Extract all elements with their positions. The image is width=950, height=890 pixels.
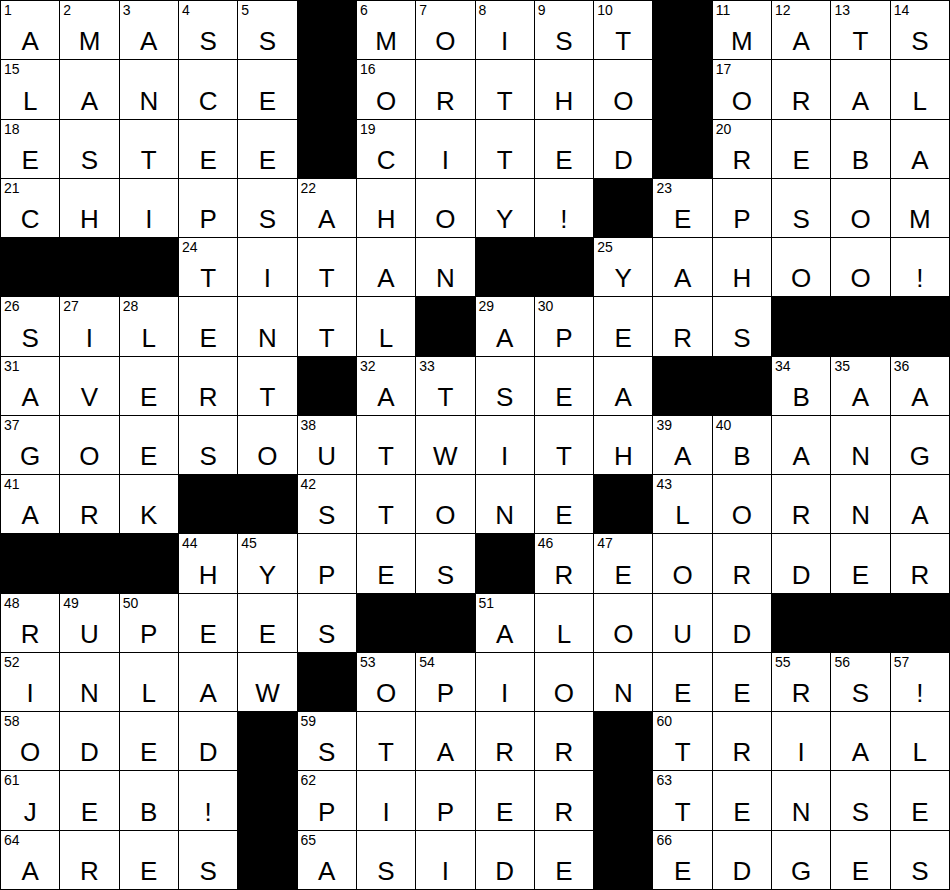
white-cell[interactable]: 66E bbox=[653, 831, 711, 889]
white-cell[interactable]: S bbox=[60, 120, 118, 178]
white-cell[interactable]: K bbox=[120, 475, 178, 533]
white-cell[interactable]: 21C bbox=[1, 179, 59, 237]
white-cell[interactable]: T bbox=[298, 238, 356, 296]
white-cell[interactable]: O bbox=[831, 238, 889, 296]
white-cell[interactable]: C bbox=[179, 60, 237, 118]
clue-number: 66 bbox=[656, 832, 672, 848]
white-cell[interactable]: O bbox=[831, 179, 889, 237]
cell-letter: E bbox=[891, 799, 949, 825]
white-cell[interactable]: N bbox=[60, 653, 118, 711]
white-cell[interactable]: S bbox=[713, 297, 771, 355]
white-cell[interactable]: H bbox=[357, 179, 415, 237]
white-cell[interactable]: I bbox=[772, 712, 830, 770]
white-cell[interactable]: 39A bbox=[653, 416, 711, 474]
cell-letter: S bbox=[60, 147, 118, 173]
cell-letter: A bbox=[1, 28, 59, 54]
white-cell[interactable]: T bbox=[298, 297, 356, 355]
white-cell[interactable]: S bbox=[416, 534, 474, 592]
white-cell[interactable]: E bbox=[357, 534, 415, 592]
black-cell bbox=[298, 120, 356, 178]
white-cell[interactable]: T bbox=[238, 357, 296, 415]
cell-letter: E bbox=[179, 147, 237, 173]
black-cell bbox=[357, 594, 415, 652]
white-cell[interactable]: L bbox=[535, 594, 593, 652]
black-cell bbox=[120, 534, 178, 592]
white-cell[interactable]: A bbox=[653, 238, 711, 296]
white-cell[interactable]: N bbox=[594, 653, 652, 711]
cell-letter: R bbox=[60, 502, 118, 528]
white-cell[interactable]: H bbox=[60, 179, 118, 237]
cell-letter: D bbox=[772, 562, 830, 588]
white-cell[interactable]: 29A bbox=[476, 297, 534, 355]
clue-number: 27 bbox=[63, 298, 79, 314]
white-cell[interactable]: 40B bbox=[713, 416, 771, 474]
white-cell[interactable]: G bbox=[891, 416, 949, 474]
cell-letter: L bbox=[120, 325, 178, 351]
clue-number: 59 bbox=[301, 713, 317, 729]
cell-letter: E bbox=[238, 88, 296, 114]
white-cell[interactable]: 57! bbox=[891, 653, 949, 711]
white-cell[interactable]: P bbox=[298, 534, 356, 592]
white-cell[interactable]: Y bbox=[476, 179, 534, 237]
white-cell[interactable]: O bbox=[772, 238, 830, 296]
cell-letter: R bbox=[653, 325, 711, 351]
cell-letter: O bbox=[1, 739, 59, 765]
white-cell[interactable]: D bbox=[594, 120, 652, 178]
white-cell[interactable]: A bbox=[416, 712, 474, 770]
white-cell[interactable]: 3A bbox=[120, 1, 178, 59]
white-cell[interactable]: R bbox=[891, 534, 949, 592]
clue-number: 23 bbox=[656, 180, 672, 196]
white-cell[interactable]: 54P bbox=[416, 653, 474, 711]
clue-number: 6 bbox=[360, 2, 368, 18]
white-cell[interactable]: 31A bbox=[1, 357, 59, 415]
white-cell[interactable]: 60T bbox=[653, 712, 711, 770]
white-cell[interactable]: S bbox=[238, 179, 296, 237]
clue-number: 28 bbox=[123, 298, 139, 314]
white-cell[interactable]: 36A bbox=[891, 357, 949, 415]
cell-letter: A bbox=[653, 265, 711, 291]
white-cell[interactable]: A bbox=[60, 60, 118, 118]
white-cell[interactable]: 14S bbox=[891, 1, 949, 59]
black-cell bbox=[653, 1, 711, 59]
white-cell[interactable]: E bbox=[535, 357, 593, 415]
cell-letter: P bbox=[713, 206, 771, 232]
cell-letter: A bbox=[891, 384, 949, 410]
white-cell[interactable]: 25Y bbox=[594, 238, 652, 296]
white-cell[interactable]: T bbox=[476, 60, 534, 118]
cell-letter: S bbox=[772, 206, 830, 232]
white-cell[interactable]: S bbox=[476, 357, 534, 415]
cell-letter: E bbox=[476, 799, 534, 825]
cell-letter: S bbox=[238, 28, 296, 54]
white-cell[interactable]: L bbox=[357, 297, 415, 355]
white-cell[interactable]: 61J bbox=[1, 771, 59, 829]
white-cell[interactable]: O bbox=[416, 475, 474, 533]
cell-letter: L bbox=[1, 88, 59, 114]
white-cell[interactable]: R bbox=[60, 831, 118, 889]
cell-letter: I bbox=[416, 147, 474, 173]
cell-letter: L bbox=[891, 88, 949, 114]
white-cell[interactable]: ! bbox=[891, 238, 949, 296]
clue-number: 26 bbox=[4, 298, 20, 314]
cell-letter: E bbox=[653, 858, 711, 884]
white-cell[interactable]: 15L bbox=[1, 60, 59, 118]
white-cell[interactable]: S bbox=[298, 594, 356, 652]
white-cell[interactable]: I bbox=[357, 771, 415, 829]
cell-letter: S bbox=[179, 858, 237, 884]
white-cell[interactable]: 63T bbox=[653, 771, 711, 829]
white-cell[interactable]: 11M bbox=[713, 1, 771, 59]
white-cell[interactable]: L bbox=[120, 653, 178, 711]
white-cell[interactable]: H bbox=[594, 416, 652, 474]
white-cell[interactable]: E bbox=[535, 120, 593, 178]
white-cell[interactable]: U bbox=[653, 594, 711, 652]
white-cell[interactable]: 35A bbox=[831, 357, 889, 415]
white-cell[interactable]: E bbox=[179, 594, 237, 652]
white-cell[interactable]: A bbox=[891, 475, 949, 533]
white-cell[interactable]: 4S bbox=[179, 1, 237, 59]
white-cell[interactable]: 19C bbox=[357, 120, 415, 178]
cell-letter: I bbox=[416, 858, 474, 884]
white-cell[interactable]: 26S bbox=[1, 297, 59, 355]
cell-letter: B bbox=[772, 384, 830, 410]
white-cell[interactable]: R bbox=[416, 60, 474, 118]
white-cell[interactable]: 55R bbox=[772, 653, 830, 711]
white-cell[interactable]: 51A bbox=[476, 594, 534, 652]
white-cell[interactable]: E bbox=[120, 357, 178, 415]
white-cell[interactable]: 46R bbox=[535, 534, 593, 592]
white-cell[interactable]: E bbox=[713, 653, 771, 711]
white-cell[interactable]: L bbox=[891, 60, 949, 118]
cell-letter: T bbox=[653, 739, 711, 765]
white-cell[interactable]: 50P bbox=[120, 594, 178, 652]
black-cell bbox=[891, 297, 949, 355]
white-cell[interactable]: E bbox=[179, 297, 237, 355]
cell-letter: A bbox=[120, 28, 178, 54]
white-cell[interactable]: 58O bbox=[1, 712, 59, 770]
white-cell[interactable]: 6M bbox=[357, 1, 415, 59]
cell-letter: S bbox=[891, 28, 949, 54]
clue-number: 46 bbox=[538, 535, 554, 551]
white-cell[interactable]: 7O bbox=[416, 1, 474, 59]
white-cell[interactable]: 37G bbox=[1, 416, 59, 474]
white-cell[interactable]: 38U bbox=[298, 416, 356, 474]
white-cell[interactable]: I bbox=[476, 653, 534, 711]
cell-letter: I bbox=[120, 206, 178, 232]
white-cell[interactable]: 13T bbox=[831, 1, 889, 59]
white-cell[interactable]: E bbox=[238, 594, 296, 652]
white-cell[interactable]: 12A bbox=[772, 1, 830, 59]
cell-letter: M bbox=[891, 206, 949, 232]
white-cell[interactable]: O bbox=[594, 594, 652, 652]
white-cell[interactable]: H bbox=[535, 60, 593, 118]
cell-letter: N bbox=[831, 443, 889, 469]
clue-number: 48 bbox=[4, 595, 20, 611]
white-cell[interactable]: R bbox=[772, 475, 830, 533]
white-cell[interactable]: T bbox=[476, 120, 534, 178]
white-cell[interactable]: 52I bbox=[1, 653, 59, 711]
white-cell[interactable]: 49U bbox=[60, 594, 118, 652]
clue-number: 33 bbox=[419, 358, 435, 374]
white-cell[interactable]: D bbox=[60, 712, 118, 770]
white-cell[interactable]: D bbox=[476, 831, 534, 889]
white-cell[interactable]: P bbox=[416, 771, 474, 829]
cell-letter: E bbox=[120, 384, 178, 410]
white-cell[interactable]: N bbox=[772, 771, 830, 829]
cell-letter: S bbox=[357, 858, 415, 884]
cell-letter: K bbox=[120, 502, 178, 528]
cell-letter: O bbox=[831, 265, 889, 291]
white-cell[interactable]: E bbox=[831, 534, 889, 592]
white-cell[interactable]: 28L bbox=[120, 297, 178, 355]
white-cell[interactable]: D bbox=[713, 831, 771, 889]
cell-letter: B bbox=[713, 443, 771, 469]
white-cell[interactable]: P bbox=[713, 179, 771, 237]
cell-letter: R bbox=[713, 739, 771, 765]
white-cell[interactable]: N bbox=[120, 60, 178, 118]
white-cell[interactable]: 62P bbox=[298, 771, 356, 829]
white-cell[interactable]: 65A bbox=[298, 831, 356, 889]
white-cell[interactable]: 22A bbox=[298, 179, 356, 237]
white-cell[interactable]: 47E bbox=[594, 534, 652, 592]
white-cell[interactable]: O bbox=[713, 475, 771, 533]
white-cell[interactable]: S bbox=[831, 771, 889, 829]
cell-letter: D bbox=[179, 739, 237, 765]
white-cell[interactable]: P bbox=[179, 179, 237, 237]
cell-letter: W bbox=[238, 680, 296, 706]
white-cell[interactable]: T bbox=[120, 120, 178, 178]
clue-number: 53 bbox=[360, 654, 376, 670]
cell-letter: R bbox=[1, 621, 59, 647]
cell-letter: E bbox=[594, 562, 652, 588]
white-cell[interactable]: E bbox=[713, 771, 771, 829]
white-cell[interactable]: M bbox=[891, 179, 949, 237]
cell-letter: A bbox=[653, 443, 711, 469]
cell-letter: E bbox=[60, 799, 118, 825]
white-cell[interactable]: I bbox=[416, 831, 474, 889]
white-cell[interactable]: E bbox=[831, 831, 889, 889]
white-cell[interactable]: 44H bbox=[179, 534, 237, 592]
white-cell[interactable]: N bbox=[238, 297, 296, 355]
white-cell[interactable]: 48R bbox=[1, 594, 59, 652]
white-cell[interactable]: O bbox=[653, 534, 711, 592]
white-cell[interactable]: 33T bbox=[416, 357, 474, 415]
clue-number: 1 bbox=[4, 2, 12, 18]
white-cell[interactable]: A bbox=[179, 653, 237, 711]
white-cell[interactable]: R bbox=[772, 60, 830, 118]
white-cell[interactable]: E bbox=[772, 120, 830, 178]
white-cell[interactable]: 42S bbox=[298, 475, 356, 533]
white-cell[interactable]: N bbox=[416, 238, 474, 296]
white-cell[interactable]: T bbox=[357, 475, 415, 533]
cell-letter: E bbox=[831, 562, 889, 588]
clue-number: 55 bbox=[775, 654, 791, 670]
white-cell[interactable]: R bbox=[60, 475, 118, 533]
white-cell[interactable]: E bbox=[120, 712, 178, 770]
cell-letter: P bbox=[535, 325, 593, 351]
white-cell[interactable]: E bbox=[238, 60, 296, 118]
white-cell[interactable]: 5S bbox=[238, 1, 296, 59]
cell-letter: E bbox=[238, 147, 296, 173]
white-cell[interactable]: B bbox=[120, 771, 178, 829]
white-cell[interactable]: W bbox=[416, 416, 474, 474]
white-cell[interactable]: I bbox=[416, 120, 474, 178]
white-cell[interactable]: 45Y bbox=[238, 534, 296, 592]
white-cell[interactable]: E bbox=[60, 771, 118, 829]
white-cell[interactable]: A bbox=[357, 238, 415, 296]
clue-number: 15 bbox=[4, 61, 20, 77]
white-cell[interactable]: 1A bbox=[1, 1, 59, 59]
white-cell[interactable]: T bbox=[357, 416, 415, 474]
white-cell[interactable]: A bbox=[772, 416, 830, 474]
white-cell[interactable]: E bbox=[238, 120, 296, 178]
white-cell[interactable]: I bbox=[476, 416, 534, 474]
white-cell[interactable]: O bbox=[535, 653, 593, 711]
white-cell[interactable]: R bbox=[476, 712, 534, 770]
clue-number: 50 bbox=[123, 595, 139, 611]
cell-letter: T bbox=[476, 88, 534, 114]
white-cell[interactable]: R bbox=[653, 297, 711, 355]
cell-letter: A bbox=[476, 621, 534, 647]
white-cell[interactable]: O bbox=[594, 60, 652, 118]
cell-letter: E bbox=[535, 384, 593, 410]
white-cell[interactable]: R bbox=[535, 712, 593, 770]
white-cell[interactable]: 8I bbox=[476, 1, 534, 59]
white-cell[interactable]: O bbox=[60, 416, 118, 474]
clue-number: 41 bbox=[4, 476, 20, 492]
white-cell[interactable]: S bbox=[179, 831, 237, 889]
cell-letter: E bbox=[120, 858, 178, 884]
clue-number: 9 bbox=[538, 2, 546, 18]
cell-letter: T bbox=[298, 325, 356, 351]
clue-number: 54 bbox=[419, 654, 435, 670]
white-cell[interactable]: T bbox=[357, 712, 415, 770]
white-cell[interactable]: 53O bbox=[357, 653, 415, 711]
cell-letter: T bbox=[357, 502, 415, 528]
white-cell[interactable]: 30P bbox=[535, 297, 593, 355]
white-cell[interactable]: ! bbox=[179, 771, 237, 829]
white-cell[interactable]: E bbox=[120, 831, 178, 889]
white-cell[interactable]: 9S bbox=[535, 1, 593, 59]
cell-letter: M bbox=[713, 28, 771, 54]
white-cell[interactable]: E bbox=[476, 771, 534, 829]
white-cell[interactable]: E bbox=[179, 120, 237, 178]
white-cell[interactable]: A bbox=[594, 357, 652, 415]
white-cell[interactable]: E bbox=[653, 653, 711, 711]
white-cell[interactable]: 24T bbox=[179, 238, 237, 296]
cell-letter: R bbox=[476, 739, 534, 765]
white-cell[interactable]: ! bbox=[535, 179, 593, 237]
cell-letter: D bbox=[713, 621, 771, 647]
white-cell[interactable]: 23E bbox=[653, 179, 711, 237]
clue-number: 7 bbox=[419, 2, 427, 18]
white-cell[interactable]: E bbox=[891, 771, 949, 829]
cell-letter: N bbox=[772, 799, 830, 825]
white-cell[interactable]: 32A bbox=[357, 357, 415, 415]
white-cell[interactable]: O bbox=[416, 179, 474, 237]
white-cell[interactable]: E bbox=[535, 831, 593, 889]
clue-number: 42 bbox=[301, 476, 317, 492]
white-cell[interactable]: A bbox=[831, 712, 889, 770]
white-cell[interactable]: E bbox=[535, 475, 593, 533]
white-cell[interactable]: S bbox=[179, 416, 237, 474]
white-cell[interactable]: N bbox=[476, 475, 534, 533]
white-cell[interactable]: L bbox=[891, 712, 949, 770]
white-cell[interactable]: 16O bbox=[357, 60, 415, 118]
white-cell[interactable]: 34B bbox=[772, 357, 830, 415]
white-cell[interactable]: I bbox=[238, 238, 296, 296]
white-cell[interactable]: T bbox=[535, 416, 593, 474]
white-cell[interactable]: R bbox=[713, 712, 771, 770]
white-cell[interactable]: N bbox=[831, 475, 889, 533]
black-cell bbox=[772, 297, 830, 355]
white-cell[interactable]: 41A bbox=[1, 475, 59, 533]
white-cell[interactable]: H bbox=[713, 238, 771, 296]
white-cell[interactable]: R bbox=[713, 534, 771, 592]
cell-letter: S bbox=[713, 325, 771, 351]
white-cell[interactable]: A bbox=[891, 120, 949, 178]
white-cell[interactable]: E bbox=[120, 416, 178, 474]
white-cell[interactable]: 43L bbox=[653, 475, 711, 533]
white-cell[interactable]: I bbox=[120, 179, 178, 237]
white-cell[interactable]: S bbox=[357, 831, 415, 889]
white-cell[interactable]: 2M bbox=[60, 1, 118, 59]
white-cell[interactable]: 64A bbox=[1, 831, 59, 889]
cell-letter: E bbox=[120, 443, 178, 469]
white-cell[interactable]: 20R bbox=[713, 120, 771, 178]
white-cell[interactable]: D bbox=[772, 534, 830, 592]
white-cell[interactable]: N bbox=[831, 416, 889, 474]
white-cell[interactable]: 59S bbox=[298, 712, 356, 770]
cell-letter: E bbox=[831, 858, 889, 884]
cell-letter: T bbox=[298, 265, 356, 291]
cell-letter: T bbox=[179, 265, 237, 291]
cell-letter: H bbox=[357, 206, 415, 232]
white-cell[interactable]: R bbox=[179, 357, 237, 415]
white-cell[interactable]: 18E bbox=[1, 120, 59, 178]
clue-number: 60 bbox=[656, 713, 672, 729]
clue-number: 56 bbox=[834, 654, 850, 670]
white-cell[interactable]: D bbox=[713, 594, 771, 652]
cell-letter: E bbox=[713, 799, 771, 825]
white-cell[interactable]: O bbox=[238, 416, 296, 474]
clue-number: 38 bbox=[301, 417, 317, 433]
black-cell bbox=[238, 712, 296, 770]
white-cell[interactable]: E bbox=[594, 297, 652, 355]
cell-letter: E bbox=[653, 206, 711, 232]
white-cell[interactable]: A bbox=[831, 60, 889, 118]
white-cell[interactable]: 56S bbox=[831, 653, 889, 711]
white-cell[interactable]: 27I bbox=[60, 297, 118, 355]
white-cell[interactable]: V bbox=[60, 357, 118, 415]
clue-number: 29 bbox=[479, 298, 495, 314]
white-cell[interactable]: G bbox=[772, 831, 830, 889]
white-cell[interactable]: 17O bbox=[713, 60, 771, 118]
white-cell[interactable]: D bbox=[179, 712, 237, 770]
clue-number: 65 bbox=[301, 832, 317, 848]
white-cell[interactable]: S bbox=[891, 831, 949, 889]
cell-letter: L bbox=[891, 739, 949, 765]
cell-letter: E bbox=[713, 680, 771, 706]
white-cell[interactable]: R bbox=[535, 771, 593, 829]
clue-number: 52 bbox=[4, 654, 20, 670]
white-cell[interactable]: W bbox=[238, 653, 296, 711]
white-cell[interactable]: S bbox=[772, 179, 830, 237]
white-cell[interactable]: 10T bbox=[594, 1, 652, 59]
cell-letter: R bbox=[772, 88, 830, 114]
white-cell[interactable]: B bbox=[831, 120, 889, 178]
